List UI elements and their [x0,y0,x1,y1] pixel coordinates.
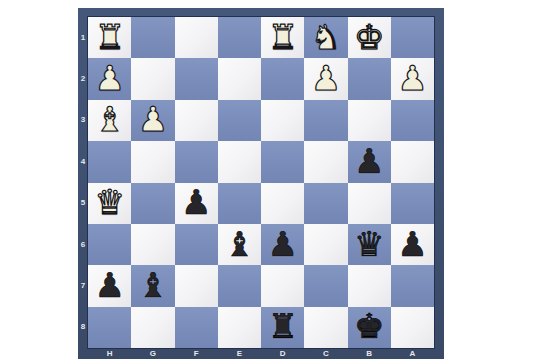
square-f4[interactable] [175,141,218,182]
square-h6[interactable] [88,224,131,265]
rank-label-8: 8 [78,323,88,331]
square-h7[interactable]: ♟ [88,265,131,306]
rank-label-1: 1 [78,34,88,42]
rank-label-7: 7 [78,282,88,290]
square-a2[interactable]: ♟ [391,58,434,99]
square-e8[interactable] [218,307,261,348]
white-rook-h1: ♜ [94,20,124,56]
square-a6[interactable]: ♟ [391,224,434,265]
black-rook-d8: ♜ [267,309,297,345]
square-c1[interactable]: ♞ [304,17,347,58]
white-king-b1: ♚ [354,20,384,56]
square-f1[interactable] [175,17,218,58]
rank-label-4: 4 [78,158,88,166]
black-pawn-f5: ♟ [181,185,211,221]
black-king-b8: ♚ [354,309,384,345]
square-d3[interactable] [261,100,304,141]
rank-label-6: 6 [78,241,88,249]
square-b3[interactable] [348,100,391,141]
square-f8[interactable] [175,307,218,348]
board-grid: ♜♜♞♚♟♟♟♝♟♟♛♟♝♟♛♟♟♝♜♚ [88,17,434,348]
square-h1[interactable]: ♜ [88,17,131,58]
file-label-f: F [186,350,206,358]
file-label-c: C [316,350,336,358]
square-d6[interactable]: ♟ [261,224,304,265]
black-bishop-g7: ♝ [138,268,168,304]
chess-board: ♜♜♞♚♟♟♟♝♟♟♛♟♝♟♛♟♟♝♜♚ 12345678HGFEDCBA [78,8,444,359]
square-f3[interactable] [175,100,218,141]
square-c2[interactable]: ♟ [304,58,347,99]
square-d7[interactable] [261,265,304,306]
square-b6[interactable]: ♛ [348,224,391,265]
square-d8[interactable]: ♜ [261,307,304,348]
square-a7[interactable] [391,265,434,306]
square-b5[interactable] [348,183,391,224]
square-g1[interactable] [131,17,174,58]
square-g7[interactable]: ♝ [131,265,174,306]
square-c4[interactable] [304,141,347,182]
square-e4[interactable] [218,141,261,182]
square-e1[interactable] [218,17,261,58]
square-b2[interactable] [348,58,391,99]
black-queen-b6: ♛ [354,227,384,263]
square-g4[interactable] [131,141,174,182]
square-d2[interactable] [261,58,304,99]
square-g5[interactable] [131,183,174,224]
file-label-a: A [402,350,422,358]
white-rook-d1: ♜ [267,20,297,56]
white-queen-h5: ♛ [94,185,124,221]
black-bishop-e6: ♝ [224,227,254,263]
square-h3[interactable]: ♝ [88,100,131,141]
square-e3[interactable] [218,100,261,141]
square-b7[interactable] [348,265,391,306]
square-d5[interactable] [261,183,304,224]
square-c6[interactable] [304,224,347,265]
square-e5[interactable] [218,183,261,224]
square-d1[interactable]: ♜ [261,17,304,58]
white-pawn-g3: ♟ [138,102,168,138]
square-e6[interactable]: ♝ [218,224,261,265]
square-e2[interactable] [218,58,261,99]
file-label-d: D [273,350,293,358]
square-h2[interactable]: ♟ [88,58,131,99]
white-pawn-c2: ♟ [311,61,341,97]
black-pawn-b4: ♟ [354,144,384,180]
square-c5[interactable] [304,183,347,224]
square-c7[interactable] [304,265,347,306]
square-h4[interactable] [88,141,131,182]
square-a4[interactable] [391,141,434,182]
square-f7[interactable] [175,265,218,306]
square-f2[interactable] [175,58,218,99]
white-bishop-h3: ♝ [94,102,124,138]
file-label-e: E [229,350,249,358]
white-knight-c1: ♞ [311,20,341,56]
square-g6[interactable] [131,224,174,265]
square-g3[interactable]: ♟ [131,100,174,141]
square-b4[interactable]: ♟ [348,141,391,182]
square-g8[interactable] [131,307,174,348]
square-d4[interactable] [261,141,304,182]
square-h5[interactable]: ♛ [88,183,131,224]
white-pawn-h2: ♟ [94,61,124,97]
white-pawn-a2: ♟ [397,61,427,97]
square-a8[interactable] [391,307,434,348]
rank-label-5: 5 [78,199,88,207]
square-g2[interactable] [131,58,174,99]
black-pawn-h7: ♟ [94,268,124,304]
square-e7[interactable] [218,265,261,306]
file-label-b: B [359,350,379,358]
square-a3[interactable] [391,100,434,141]
square-c3[interactable] [304,100,347,141]
square-b1[interactable]: ♚ [348,17,391,58]
square-c8[interactable] [304,307,347,348]
file-label-h: H [100,350,120,358]
rank-label-3: 3 [78,116,88,124]
file-label-g: G [143,350,163,358]
square-h8[interactable] [88,307,131,348]
square-a1[interactable] [391,17,434,58]
square-a5[interactable] [391,183,434,224]
rank-label-2: 2 [78,75,88,83]
square-f6[interactable] [175,224,218,265]
black-pawn-d6: ♟ [267,227,297,263]
square-b8[interactable]: ♚ [348,307,391,348]
black-pawn-a6: ♟ [397,227,427,263]
square-f5[interactable]: ♟ [175,183,218,224]
